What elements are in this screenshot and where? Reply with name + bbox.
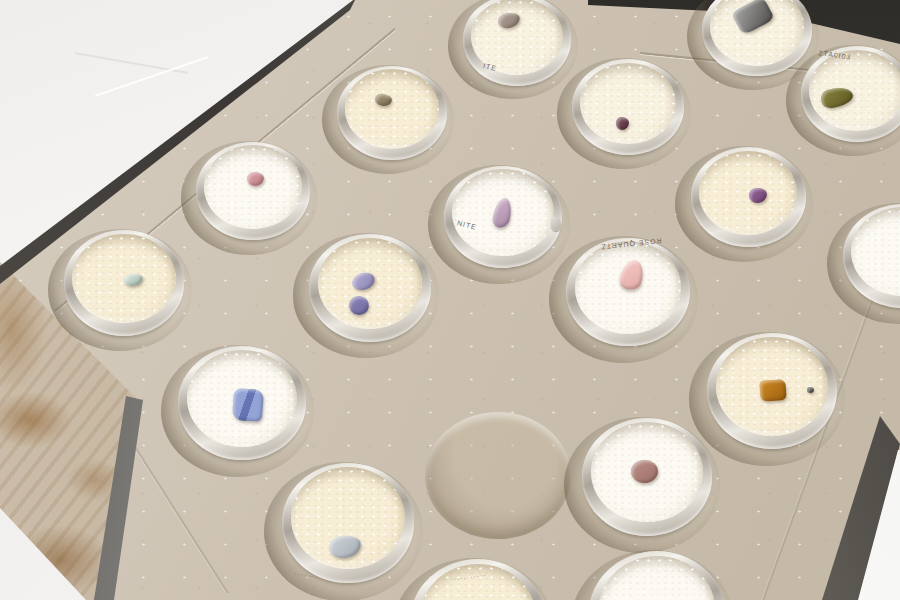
gemstone (631, 460, 658, 483)
stone-shard-debris (551, 217, 561, 231)
table-scratch (95, 56, 209, 97)
foam-insert (699, 151, 798, 236)
gemstone (232, 388, 264, 422)
foam-insert (345, 69, 440, 149)
foam-insert (204, 145, 302, 229)
foam-insert (580, 63, 676, 144)
foam-insert (809, 50, 900, 131)
empty-well (425, 412, 571, 539)
photo-gem-tray-scene: ITE2TA0I03NITEROSE QUARTZ···············… (0, 0, 900, 600)
gemstone (759, 379, 786, 402)
